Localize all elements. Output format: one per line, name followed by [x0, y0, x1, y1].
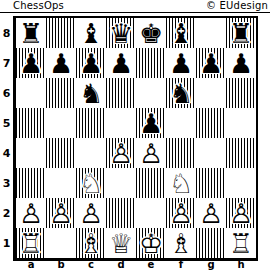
piece-black-rook: ♜ — [16, 18, 46, 48]
square-e5[interactable]: ♟ — [136, 108, 166, 138]
piece-black-bishop: ♝ — [166, 18, 196, 48]
square-e7[interactable] — [136, 48, 166, 78]
file-label: f — [166, 260, 196, 270]
square-g2[interactable]: ♟♙ — [196, 198, 226, 228]
rank-label: 7 — [0, 48, 13, 78]
piece-black-pawn: ♟ — [46, 48, 76, 78]
square-d1[interactable]: ♛♕ — [106, 228, 136, 258]
file-label: b — [46, 260, 76, 270]
piece-white-pawn: ♟♙ — [106, 138, 136, 168]
square-f8[interactable]: ♝ — [166, 18, 196, 48]
piece-black-pawn: ♟ — [226, 48, 256, 78]
square-d6[interactable] — [106, 78, 136, 108]
piece-white-pawn: ♟♙ — [76, 198, 106, 228]
square-f1[interactable]: ♝♗ — [166, 228, 196, 258]
square-h5[interactable] — [226, 108, 256, 138]
square-f5[interactable] — [166, 108, 196, 138]
rank-label: 1 — [0, 228, 13, 258]
square-d4[interactable]: ♟♙ — [106, 138, 136, 168]
square-b8[interactable] — [46, 18, 76, 48]
square-g5[interactable] — [196, 108, 226, 138]
file-label: h — [226, 260, 256, 270]
board: ♜♝♛♚♝♜♟♟♟♟♟♟♟♞♞♟♟♙♟♙♞♘♞♘♟♙♟♙♟♙♟♙♟♙♟♙♜♖♝♗… — [16, 18, 256, 258]
square-b4[interactable] — [46, 138, 76, 168]
square-d8[interactable]: ♛ — [106, 18, 136, 48]
file-label: a — [16, 260, 46, 270]
piece-black-pawn: ♟ — [16, 48, 46, 78]
square-a1[interactable]: ♜♖ — [16, 228, 46, 258]
square-c2[interactable]: ♟♙ — [76, 198, 106, 228]
square-f3[interactable]: ♞♘ — [166, 168, 196, 198]
credit-text: © EUdesign — [206, 0, 270, 12]
rank-label: 8 — [0, 18, 13, 48]
square-h2[interactable]: ♟♙ — [226, 198, 256, 228]
board-frame: ♜♝♛♚♝♜♟♟♟♟♟♟♟♞♞♟♟♙♟♙♞♘♞♘♟♙♟♙♟♙♟♙♟♙♟♙♜♖♝♗… — [13, 16, 258, 261]
piece-white-pawn: ♟♙ — [136, 138, 166, 168]
square-g8[interactable] — [196, 18, 226, 48]
square-f4[interactable] — [166, 138, 196, 168]
piece-white-rook: ♜♖ — [16, 228, 46, 258]
piece-black-pawn: ♟ — [136, 108, 166, 138]
piece-white-pawn: ♟♙ — [166, 198, 196, 228]
square-b7[interactable]: ♟ — [46, 48, 76, 78]
piece-black-rook: ♜ — [226, 18, 256, 48]
piece-white-pawn: ♟♙ — [46, 198, 76, 228]
piece-black-pawn: ♟ — [166, 48, 196, 78]
square-e1[interactable]: ♚♔ — [136, 228, 166, 258]
square-a4[interactable] — [16, 138, 46, 168]
square-a5[interactable] — [16, 108, 46, 138]
rank-label: 2 — [0, 198, 13, 228]
square-e8[interactable]: ♚ — [136, 18, 166, 48]
piece-black-knight: ♞ — [166, 78, 196, 108]
square-f7[interactable]: ♟ — [166, 48, 196, 78]
square-b2[interactable]: ♟♙ — [46, 198, 76, 228]
square-b6[interactable] — [46, 78, 76, 108]
square-h3[interactable] — [226, 168, 256, 198]
piece-black-king: ♚ — [136, 18, 166, 48]
rank-labels: 87654321 — [0, 18, 13, 258]
square-c4[interactable] — [76, 138, 106, 168]
piece-black-pawn: ♟ — [106, 48, 136, 78]
header: ChessOps © EUdesign — [0, 0, 270, 13]
piece-white-pawn: ♟♙ — [16, 198, 46, 228]
square-d5[interactable] — [106, 108, 136, 138]
square-f6[interactable]: ♞ — [166, 78, 196, 108]
square-e3[interactable] — [136, 168, 166, 198]
square-g4[interactable] — [196, 138, 226, 168]
piece-white-pawn: ♟♙ — [196, 198, 226, 228]
square-g1[interactable] — [196, 228, 226, 258]
piece-white-rook: ♜♖ — [226, 228, 256, 258]
square-e6[interactable] — [136, 78, 166, 108]
square-h6[interactable] — [226, 78, 256, 108]
file-labels: abcdefgh — [16, 260, 256, 270]
square-c7[interactable]: ♟ — [76, 48, 106, 78]
piece-white-pawn: ♟♙ — [226, 198, 256, 228]
square-g7[interactable]: ♟ — [196, 48, 226, 78]
square-h4[interactable] — [226, 138, 256, 168]
file-label: e — [136, 260, 166, 270]
square-f2[interactable]: ♟♙ — [166, 198, 196, 228]
piece-white-king: ♚♔ — [136, 228, 166, 258]
piece-black-pawn: ♟ — [76, 48, 106, 78]
square-e4[interactable]: ♟♙ — [136, 138, 166, 168]
square-b5[interactable] — [46, 108, 76, 138]
square-h1[interactable]: ♜♖ — [226, 228, 256, 258]
file-label: c — [76, 260, 106, 270]
piece-white-queen: ♛♕ — [106, 228, 136, 258]
app-title: ChessOps — [0, 0, 64, 12]
square-a3[interactable] — [16, 168, 46, 198]
piece-black-queen: ♛ — [106, 18, 136, 48]
file-label: d — [106, 260, 136, 270]
square-d7[interactable]: ♟ — [106, 48, 136, 78]
square-c3[interactable]: ♞♘ — [76, 168, 106, 198]
square-h7[interactable]: ♟ — [226, 48, 256, 78]
rank-label: 6 — [0, 78, 13, 108]
square-a8[interactable]: ♜ — [16, 18, 46, 48]
square-h8[interactable]: ♜ — [226, 18, 256, 48]
square-c6[interactable]: ♞ — [76, 78, 106, 108]
square-a6[interactable] — [16, 78, 46, 108]
square-g3[interactable] — [196, 168, 226, 198]
square-c8[interactable]: ♝ — [76, 18, 106, 48]
rank-label: 5 — [0, 108, 13, 138]
piece-white-bishop: ♝♗ — [166, 228, 196, 258]
rank-label: 4 — [0, 138, 13, 168]
square-b1[interactable] — [46, 228, 76, 258]
square-d3[interactable] — [106, 168, 136, 198]
piece-black-pawn: ♟ — [196, 48, 226, 78]
square-c1[interactable]: ♝♗ — [76, 228, 106, 258]
square-g6[interactable] — [196, 78, 226, 108]
rank-label: 3 — [0, 168, 13, 198]
square-c5[interactable] — [76, 108, 106, 138]
square-a2[interactable]: ♟♙ — [16, 198, 46, 228]
square-d2[interactable] — [106, 198, 136, 228]
piece-black-bishop: ♝ — [76, 18, 106, 48]
piece-white-knight: ♞♘ — [166, 168, 196, 198]
piece-white-bishop: ♝♗ — [76, 228, 106, 258]
square-b3[interactable] — [46, 168, 76, 198]
file-label: g — [196, 260, 226, 270]
piece-white-knight: ♞♘ — [76, 168, 106, 198]
square-a7[interactable]: ♟ — [16, 48, 46, 78]
piece-black-knight: ♞ — [76, 78, 106, 108]
square-e2[interactable] — [136, 198, 166, 228]
